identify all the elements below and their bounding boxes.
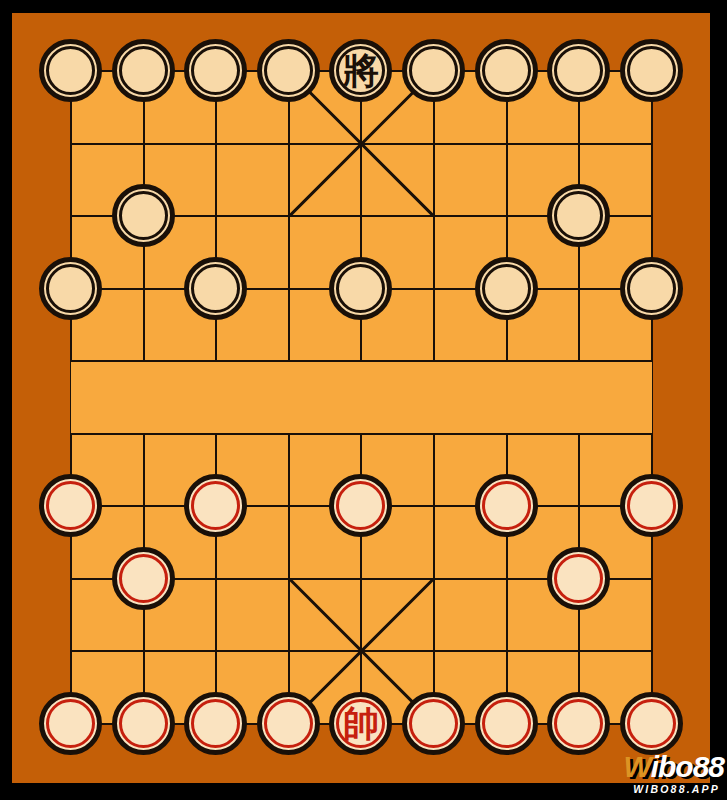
piece-black-soldier[interactable] <box>39 257 102 320</box>
board-grid <box>71 71 652 724</box>
piece-red-cannon[interactable] <box>112 547 175 610</box>
piece-black-cannon[interactable] <box>547 184 610 247</box>
river-cell <box>71 361 144 434</box>
piece-black-chariot[interactable] <box>39 39 102 102</box>
watermark-subtext: WIBO88.APP <box>624 784 724 795</box>
piece-red-elephant[interactable] <box>475 692 538 755</box>
piece-red-soldier[interactable] <box>39 474 102 537</box>
piece-black-elephant[interactable] <box>184 39 247 102</box>
piece-black-chariot[interactable] <box>620 39 683 102</box>
board-cell <box>216 579 289 652</box>
board-cell <box>434 579 507 652</box>
piece-red-soldier[interactable] <box>620 474 683 537</box>
piece-red-soldier[interactable] <box>475 474 538 537</box>
piece-red-advisor[interactable] <box>257 692 320 755</box>
piece-black-soldier[interactable] <box>329 257 392 320</box>
piece-black-horse[interactable] <box>112 39 175 102</box>
board-cell <box>216 144 289 217</box>
piece-black-advisor[interactable] <box>402 39 465 102</box>
piece-red-elephant[interactable] <box>184 692 247 755</box>
river-cell <box>507 361 580 434</box>
watermark: Wibo88 WIBO88.APP <box>624 752 724 795</box>
red-general-character: 帥 <box>343 706 379 742</box>
xiangqi-board: 將帥 <box>70 70 653 725</box>
board-cell <box>434 144 507 217</box>
piece-black-cannon[interactable] <box>112 184 175 247</box>
river-cell <box>579 361 652 434</box>
piece-black-soldier[interactable] <box>620 257 683 320</box>
piece-black-horse[interactable] <box>547 39 610 102</box>
piece-red-horse[interactable] <box>547 692 610 755</box>
watermark-brand: Wibo88 <box>624 752 724 782</box>
watermark-brand-rest: ibo88 <box>651 750 724 783</box>
river-cell <box>361 361 434 434</box>
piece-black-elephant[interactable] <box>475 39 538 102</box>
river-cell <box>216 361 289 434</box>
piece-black-general[interactable]: 將 <box>329 39 392 102</box>
watermark-brand-w: W <box>624 750 651 783</box>
piece-red-advisor[interactable] <box>402 692 465 755</box>
river-cell <box>289 361 362 434</box>
piece-red-general[interactable]: 帥 <box>329 692 392 755</box>
piece-red-cannon[interactable] <box>547 547 610 610</box>
piece-black-advisor[interactable] <box>257 39 320 102</box>
black-general-character: 將 <box>343 53 379 89</box>
piece-black-soldier[interactable] <box>184 257 247 320</box>
piece-red-chariot[interactable] <box>39 692 102 755</box>
piece-red-chariot[interactable] <box>620 692 683 755</box>
piece-red-horse[interactable] <box>112 692 175 755</box>
river-cell <box>144 361 217 434</box>
river-cell <box>434 361 507 434</box>
piece-black-soldier[interactable] <box>475 257 538 320</box>
